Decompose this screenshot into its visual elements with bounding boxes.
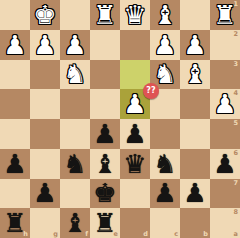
square-d5[interactable]: ♟ [120,119,150,149]
square-f3[interactable]: ♞ [60,60,90,90]
file-label-a: a [234,231,238,238]
rank-label-2: 2 [233,31,238,38]
chess-board[interactable]: ♚♜♛♝♜1♟♟♟♟♟2♞♞♝3♟♟4♟♟5♟♞♝♛♞♟6♟♚♟♟7♜hg♝f♜… [0,0,240,238]
piece-white-pawn-f2[interactable]: ♟ [60,30,90,60]
rank-label-3: 3 [233,61,238,68]
square-h1[interactable] [0,0,30,30]
file-label-c: c [174,231,178,238]
square-g5[interactable] [30,119,60,149]
square-a1[interactable]: ♜1 [210,0,240,30]
piece-white-bishop-b3[interactable]: ♝ [180,60,210,90]
piece-white-king-g1[interactable]: ♚ [30,0,60,30]
square-a8[interactable]: 8a [210,208,240,238]
piece-black-pawn-a6[interactable]: ♟ [210,149,240,179]
square-b8[interactable]: b [180,208,210,238]
square-d1[interactable]: ♛ [120,0,150,30]
piece-white-pawn-b2[interactable]: ♟ [180,30,210,60]
piece-black-pawn-e5[interactable]: ♟ [90,119,120,149]
square-a5[interactable]: 5 [210,119,240,149]
square-g8[interactable]: g [30,208,60,238]
rank-label-8: 8 [233,209,238,216]
square-a3[interactable]: 3 [210,60,240,90]
square-g1[interactable]: ♚ [30,0,60,30]
square-e2[interactable] [90,30,120,60]
square-b5[interactable] [180,119,210,149]
square-h4[interactable] [0,89,30,119]
square-g7[interactable]: ♟ [30,179,60,209]
piece-black-pawn-c7[interactable]: ♟ [150,179,180,209]
square-d8[interactable]: d [120,208,150,238]
piece-black-king-e7[interactable]: ♚ [90,179,120,209]
square-c7[interactable]: ♟ [150,179,180,209]
square-e3[interactable] [90,60,120,90]
square-e8[interactable]: ♜e [90,208,120,238]
square-g3[interactable] [30,60,60,90]
file-label-d: d [143,231,148,238]
square-g6[interactable] [30,149,60,179]
file-label-b: b [203,231,208,238]
square-b6[interactable] [180,149,210,179]
square-h8[interactable]: ♜h [0,208,30,238]
piece-white-rook-e1[interactable]: ♜ [90,0,120,30]
square-f8[interactable]: ♝f [60,208,90,238]
square-e6[interactable]: ♝ [90,149,120,179]
square-e7[interactable]: ♚ [90,179,120,209]
square-e5[interactable]: ♟ [90,119,120,149]
square-b2[interactable]: ♟ [180,30,210,60]
square-f4[interactable] [60,89,90,119]
piece-black-pawn-b7[interactable]: ♟ [180,179,210,209]
square-h3[interactable] [0,60,30,90]
square-g4[interactable] [30,89,60,119]
square-f2[interactable]: ♟ [60,30,90,60]
piece-black-knight-c6[interactable]: ♞ [150,149,180,179]
piece-black-pawn-h6[interactable]: ♟ [0,149,30,179]
square-b1[interactable] [180,0,210,30]
blunder-badge: ?? [143,83,159,99]
square-h5[interactable] [0,119,30,149]
square-c5[interactable] [150,119,180,149]
square-a2[interactable]: 2 [210,30,240,60]
square-g2[interactable]: ♟ [30,30,60,60]
square-a4[interactable]: ♟4 [210,89,240,119]
piece-black-bishop-f8[interactable]: ♝ [60,208,90,238]
square-h2[interactable]: ♟ [0,30,30,60]
square-f1[interactable] [60,0,90,30]
file-label-g: g [53,231,58,238]
square-f5[interactable] [60,119,90,149]
piece-black-queen-d6[interactable]: ♛ [120,149,150,179]
square-b7[interactable]: ♟ [180,179,210,209]
piece-black-pawn-g7[interactable]: ♟ [30,179,60,209]
square-d6[interactable]: ♛ [120,149,150,179]
square-a7[interactable]: 7 [210,179,240,209]
piece-white-bishop-c1[interactable]: ♝ [150,0,180,30]
square-c6[interactable]: ♞ [150,149,180,179]
piece-white-knight-f3[interactable]: ♞ [60,60,90,90]
rank-label-7: 7 [233,180,238,187]
piece-black-rook-h8[interactable]: ♜ [0,208,30,238]
square-c2[interactable]: ♟ [150,30,180,60]
piece-white-rook-a1[interactable]: ♜ [210,0,240,30]
square-d2[interactable] [120,30,150,60]
square-d7[interactable] [120,179,150,209]
piece-white-pawn-a4[interactable]: ♟ [210,89,240,119]
square-h6[interactable]: ♟ [0,149,30,179]
square-a6[interactable]: ♟6 [210,149,240,179]
square-b4[interactable] [180,89,210,119]
piece-black-rook-e8[interactable]: ♜ [90,208,120,238]
square-e4[interactable] [90,89,120,119]
piece-black-knight-f6[interactable]: ♞ [60,149,90,179]
rank-label-5: 5 [233,120,238,127]
square-f6[interactable]: ♞ [60,149,90,179]
piece-white-queen-d1[interactable]: ♛ [120,0,150,30]
piece-black-bishop-e6[interactable]: ♝ [90,149,120,179]
piece-white-pawn-g2[interactable]: ♟ [30,30,60,60]
square-h7[interactable] [0,179,30,209]
piece-black-pawn-d5[interactable]: ♟ [120,119,150,149]
piece-white-pawn-c2[interactable]: ♟ [150,30,180,60]
square-e1[interactable]: ♜ [90,0,120,30]
square-c8[interactable]: c [150,208,180,238]
square-f7[interactable] [60,179,90,209]
square-c1[interactable]: ♝ [150,0,180,30]
square-b3[interactable]: ♝ [180,60,210,90]
piece-white-pawn-h2[interactable]: ♟ [0,30,30,60]
